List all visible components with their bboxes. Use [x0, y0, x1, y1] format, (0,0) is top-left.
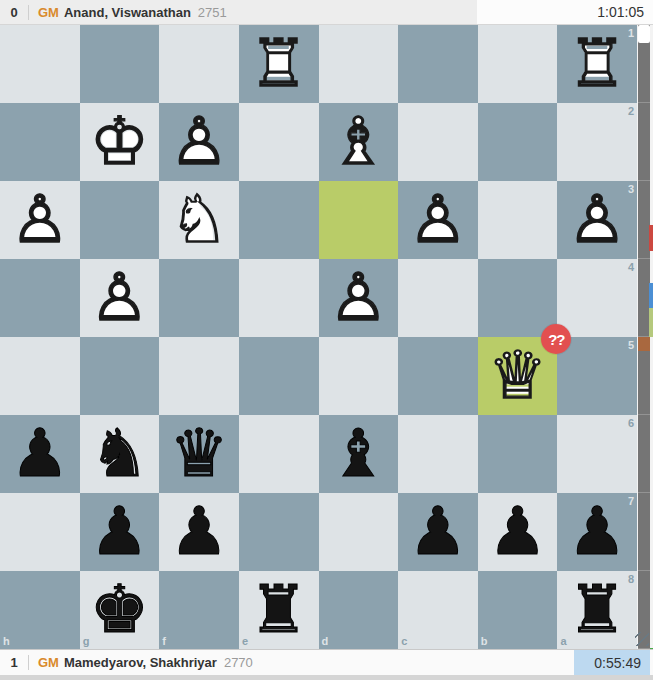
- piece-black-pawn[interactable]: ♟: [159, 493, 239, 571]
- rank-label-6: 6: [628, 418, 634, 429]
- move-mark-red: [649, 225, 653, 251]
- square-d4[interactable]: ♟♙: [319, 259, 399, 337]
- square-a3[interactable]: ♟♙3: [557, 181, 637, 259]
- square-h5[interactable]: [0, 337, 80, 415]
- square-g5[interactable]: [80, 337, 160, 415]
- square-g6[interactable]: ♞: [80, 415, 160, 493]
- piece-white-bishop[interactable]: ♝♗: [319, 103, 399, 181]
- square-g8[interactable]: ♚g: [80, 571, 160, 649]
- square-g4[interactable]: ♟♙: [80, 259, 160, 337]
- square-d1[interactable]: [319, 25, 399, 103]
- rank-label-7: 7: [628, 496, 634, 507]
- rank-label-5: 5: [628, 340, 634, 351]
- square-c2[interactable]: [398, 103, 478, 181]
- bottom-player-clock: 0:55:49: [574, 650, 650, 675]
- square-b1[interactable]: [478, 25, 558, 103]
- separator: [28, 5, 29, 20]
- file-label-e: e: [242, 636, 248, 647]
- square-a4[interactable]: 4: [557, 259, 637, 337]
- square-d5[interactable]: [319, 337, 399, 415]
- top-player-number: 0: [0, 5, 28, 20]
- square-c6[interactable]: [398, 415, 478, 493]
- square-e4[interactable]: [239, 259, 319, 337]
- file-label-g: g: [83, 636, 90, 647]
- move-list-scrollbar[interactable]: [637, 25, 653, 652]
- piece-white-king[interactable]: ♚♔: [80, 103, 160, 181]
- piece-white-knight[interactable]: ♞♘: [159, 181, 239, 259]
- square-a2[interactable]: 2: [557, 103, 637, 181]
- square-g7[interactable]: ♟: [80, 493, 160, 571]
- bottom-player-rating: 2770: [224, 655, 253, 670]
- piece-white-pawn[interactable]: ♟♙: [0, 181, 80, 259]
- piece-white-rook[interactable]: ♜♖: [557, 25, 637, 103]
- square-c7[interactable]: ♟: [398, 493, 478, 571]
- piece-black-knight[interactable]: ♞: [80, 415, 160, 493]
- square-c8[interactable]: c: [398, 571, 478, 649]
- piece-white-pawn[interactable]: ♟♙: [557, 181, 637, 259]
- rank-label-2: 2: [628, 106, 634, 117]
- square-e1[interactable]: ♜♖: [239, 25, 319, 103]
- square-f4[interactable]: [159, 259, 239, 337]
- bottom-player-title: GM: [38, 655, 59, 670]
- piece-black-pawn[interactable]: ♟: [557, 493, 637, 571]
- square-e2[interactable]: [239, 103, 319, 181]
- bottom-player-number: 1: [0, 655, 28, 670]
- square-a1[interactable]: ♜♖1: [557, 25, 637, 103]
- bottom-player-name: Mamedyarov, Shakhriyar: [64, 655, 217, 670]
- file-label-c: c: [401, 636, 407, 647]
- square-a5[interactable]: 5: [557, 337, 637, 415]
- square-h4[interactable]: [0, 259, 80, 337]
- piece-black-rook[interactable]: ♜: [557, 571, 637, 649]
- piece-black-rook[interactable]: ♜: [239, 571, 319, 649]
- square-d8[interactable]: d: [319, 571, 399, 649]
- piece-white-pawn[interactable]: ♟♙: [159, 103, 239, 181]
- square-b6[interactable]: [478, 415, 558, 493]
- square-a7[interactable]: ♟7: [557, 493, 637, 571]
- square-e8[interactable]: ♜e: [239, 571, 319, 649]
- scrollbar-thumb[interactable]: [638, 25, 650, 43]
- square-e3[interactable]: [239, 181, 319, 259]
- square-f3[interactable]: ♞♘: [159, 181, 239, 259]
- square-e5[interactable]: [239, 337, 319, 415]
- square-h1[interactable]: [0, 25, 80, 103]
- square-g2[interactable]: ♚♔: [80, 103, 160, 181]
- square-f2[interactable]: ♟♙: [159, 103, 239, 181]
- rank-label-3: 3: [628, 184, 634, 195]
- square-b3[interactable]: [478, 181, 558, 259]
- square-h8[interactable]: h: [0, 571, 80, 649]
- file-label-f: f: [162, 636, 166, 647]
- piece-black-queen[interactable]: ♛: [159, 415, 239, 493]
- square-c4[interactable]: [398, 259, 478, 337]
- square-g1[interactable]: [80, 25, 160, 103]
- piece-black-pawn[interactable]: ♟: [398, 493, 478, 571]
- square-h3[interactable]: ♟♙: [0, 181, 80, 259]
- top-player-rating: 2751: [198, 5, 227, 20]
- square-f6[interactable]: ♛: [159, 415, 239, 493]
- rank-label-8: 8: [628, 574, 634, 585]
- square-d2[interactable]: ♝♗: [319, 103, 399, 181]
- square-c1[interactable]: [398, 25, 478, 103]
- piece-white-pawn[interactable]: ♟♙: [319, 259, 399, 337]
- rank-label-1: 1: [628, 28, 634, 39]
- square-a8[interactable]: ♜8a: [557, 571, 637, 649]
- separator: [28, 655, 29, 670]
- move-mark-green: [649, 308, 653, 337]
- square-f7[interactable]: ♟: [159, 493, 239, 571]
- file-label-b: b: [481, 636, 488, 647]
- square-h2[interactable]: [0, 103, 80, 181]
- square-g3[interactable]: [80, 181, 160, 259]
- piece-black-king[interactable]: ♚: [80, 571, 160, 649]
- top-player-name: Anand, Viswanathan: [64, 5, 191, 20]
- resize-handle-icon[interactable]: [635, 632, 649, 646]
- square-b4[interactable]: [478, 259, 558, 337]
- file-label-d: d: [322, 636, 329, 647]
- move-mark-blue: [649, 283, 653, 308]
- top-player-bar: 0 GM Anand, Viswanathan 2751 1:01:05: [0, 0, 653, 25]
- square-b2[interactable]: [478, 103, 558, 181]
- piece-black-bishop[interactable]: ♝: [319, 415, 399, 493]
- square-b8[interactable]: b: [478, 571, 558, 649]
- square-h7[interactable]: [0, 493, 80, 571]
- square-f8[interactable]: f: [159, 571, 239, 649]
- top-player-title: GM: [38, 5, 59, 20]
- square-f5[interactable]: [159, 337, 239, 415]
- piece-black-pawn[interactable]: ♟: [80, 493, 160, 571]
- piece-white-pawn[interactable]: ♟♙: [398, 181, 478, 259]
- piece-black-pawn[interactable]: ♟: [478, 493, 558, 571]
- square-d6[interactable]: ♝: [319, 415, 399, 493]
- rank-label-4: 4: [628, 262, 634, 273]
- move-mark-orange-band: [638, 337, 650, 351]
- square-a6[interactable]: 6: [557, 415, 637, 493]
- piece-white-rook[interactable]: ♜♖: [239, 25, 319, 103]
- square-c3[interactable]: ♟♙: [398, 181, 478, 259]
- square-d7[interactable]: [319, 493, 399, 571]
- square-e6[interactable]: [239, 415, 319, 493]
- square-e7[interactable]: [239, 493, 319, 571]
- piece-white-pawn[interactable]: ♟♙: [80, 259, 160, 337]
- file-label-a: a: [560, 636, 566, 647]
- square-c5[interactable]: [398, 337, 478, 415]
- footer-strip: [0, 675, 653, 680]
- square-h6[interactable]: ♟: [0, 415, 80, 493]
- bottom-player-bar: 1 GM Mamedyarov, Shakhriyar 2770 0:55:49: [0, 649, 653, 675]
- file-label-h: h: [3, 636, 10, 647]
- square-b7[interactable]: ♟: [478, 493, 558, 571]
- square-f1[interactable]: [159, 25, 239, 103]
- top-player-clock: 1:01:05: [477, 0, 653, 24]
- piece-black-pawn[interactable]: ♟: [0, 415, 80, 493]
- square-d3[interactable]: [319, 181, 399, 259]
